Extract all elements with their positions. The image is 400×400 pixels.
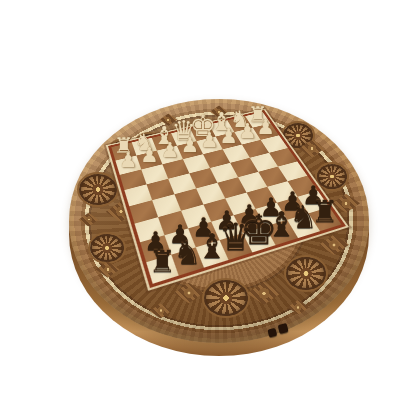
piece-white-pawn[interactable]: ♟ [257,117,275,137]
piece-white-pawn[interactable]: ♟ [181,135,199,155]
piece-black-knight[interactable]: ♞ [173,238,201,270]
piece-white-pawn[interactable]: ♟ [119,150,137,170]
piece-white-pawn[interactable]: ♟ [161,140,179,160]
piece-white-pawn[interactable]: ♟ [140,145,158,165]
piece-white-pawn[interactable]: ♟ [219,126,237,146]
piece-black-rook[interactable]: ♜ [149,247,176,278]
piece-white-pawn[interactable]: ♟ [200,130,218,150]
piece-white-pawn[interactable]: ♟ [238,121,256,141]
chess-set-photo: ♜♞♝♛♚♝♞♜♟♟♟♟♟♟♟♟♟♟♟♟♟♟♟♟♜♞♝♛♚♝♞♜ [0,0,400,400]
pieces-layer: ♜♞♝♛♚♝♞♜♟♟♟♟♟♟♟♟♟♟♟♟♟♟♟♟♜♞♝♛♚♝♞♜ [0,0,400,400]
